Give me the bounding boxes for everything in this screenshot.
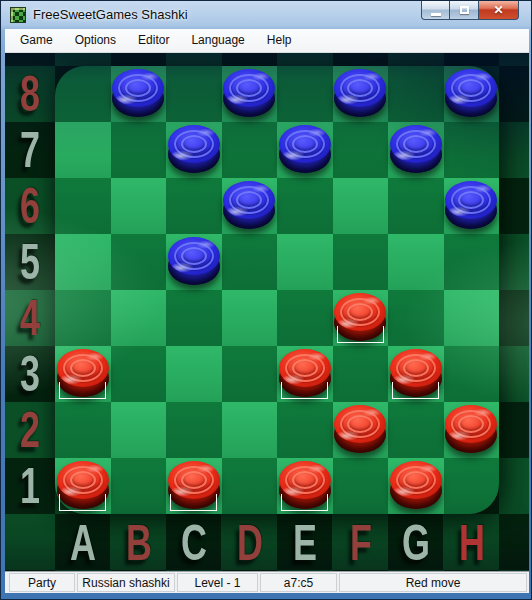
square-c4[interactable] bbox=[166, 290, 222, 346]
square-b3[interactable] bbox=[111, 346, 167, 402]
piece-ring-inner bbox=[403, 471, 429, 489]
piece-ring-inner bbox=[70, 471, 96, 489]
square-h4[interactable] bbox=[444, 290, 500, 346]
piece-ring-inner bbox=[181, 135, 207, 153]
status-panel-4: Red move bbox=[339, 573, 527, 592]
piece-ring-inner bbox=[181, 471, 207, 489]
square-a5[interactable] bbox=[55, 234, 111, 290]
red-piece-f4[interactable] bbox=[334, 293, 386, 343]
piece-top bbox=[223, 181, 275, 219]
square-d5[interactable] bbox=[222, 234, 278, 290]
file-label-f: F bbox=[340, 514, 380, 571]
piece-top bbox=[334, 405, 386, 443]
square-c3[interactable] bbox=[166, 346, 222, 402]
piece-top bbox=[112, 69, 164, 107]
file-label-g: G bbox=[396, 514, 436, 571]
piece-top bbox=[279, 349, 331, 387]
minimize-button[interactable] bbox=[421, 1, 450, 20]
menu-help[interactable]: Help bbox=[256, 29, 303, 52]
window-controls: ✕ bbox=[421, 1, 519, 20]
square-g8[interactable] bbox=[388, 66, 444, 122]
square-a8[interactable] bbox=[55, 66, 111, 122]
piece-top bbox=[279, 461, 331, 499]
rank-label-3: 3 bbox=[12, 346, 48, 402]
close-icon: ✕ bbox=[493, 2, 503, 19]
square-e6[interactable] bbox=[277, 178, 333, 234]
piece-top bbox=[390, 349, 442, 387]
piece-ring-inner bbox=[403, 135, 429, 153]
menu-editor[interactable]: Editor bbox=[127, 29, 180, 52]
square-b6[interactable] bbox=[111, 178, 167, 234]
square-g4[interactable] bbox=[388, 290, 444, 346]
square-c8[interactable] bbox=[166, 66, 222, 122]
maximize-icon bbox=[460, 6, 469, 14]
piece-ring-inner bbox=[181, 247, 207, 265]
status-bar: PartyRussian shashkiLevel - 1a7:c5Red mo… bbox=[5, 571, 529, 593]
red-piece-e1[interactable] bbox=[279, 461, 331, 511]
window-title: FreeSweetGames Shashki bbox=[33, 7, 188, 22]
square-d4[interactable] bbox=[222, 290, 278, 346]
blue-piece-h8[interactable] bbox=[445, 69, 497, 119]
piece-top bbox=[390, 125, 442, 163]
piece-ring-inner bbox=[70, 359, 96, 377]
square-a6[interactable] bbox=[55, 178, 111, 234]
square-a2[interactable] bbox=[55, 402, 111, 458]
blue-piece-d8[interactable] bbox=[223, 69, 275, 119]
square-d2[interactable] bbox=[222, 402, 278, 458]
piece-top bbox=[334, 69, 386, 107]
maximize-button[interactable] bbox=[450, 1, 478, 20]
status-panel-0: Party bbox=[9, 573, 75, 592]
piece-top bbox=[390, 461, 442, 499]
app-icon bbox=[10, 7, 26, 23]
square-b5[interactable] bbox=[111, 234, 167, 290]
square-b1[interactable] bbox=[111, 458, 167, 514]
piece-ring-inner bbox=[125, 79, 151, 97]
red-piece-g3[interactable] bbox=[390, 349, 442, 399]
square-b2[interactable] bbox=[111, 402, 167, 458]
piece-ring-inner bbox=[236, 79, 262, 97]
blue-piece-c5[interactable] bbox=[168, 237, 220, 287]
blue-piece-g7[interactable] bbox=[390, 125, 442, 175]
piece-top bbox=[445, 69, 497, 107]
square-d3[interactable] bbox=[222, 346, 278, 402]
red-piece-f2[interactable] bbox=[334, 405, 386, 455]
square-h3[interactable] bbox=[444, 346, 500, 402]
square-g5[interactable] bbox=[388, 234, 444, 290]
piece-top bbox=[445, 405, 497, 443]
square-h5[interactable] bbox=[444, 234, 500, 290]
piece-top bbox=[334, 293, 386, 331]
blue-piece-d6[interactable] bbox=[223, 181, 275, 231]
piece-ring-inner bbox=[403, 359, 429, 377]
red-piece-h2[interactable] bbox=[445, 405, 497, 455]
piece-top bbox=[445, 181, 497, 219]
square-a4[interactable] bbox=[55, 290, 111, 346]
menu-bar: GameOptionsEditorLanguageHelp bbox=[5, 29, 529, 53]
blue-piece-f8[interactable] bbox=[334, 69, 386, 119]
blue-piece-c7[interactable] bbox=[168, 125, 220, 175]
piece-ring-inner bbox=[292, 471, 318, 489]
square-f5[interactable] bbox=[333, 234, 389, 290]
square-g6[interactable] bbox=[388, 178, 444, 234]
square-a7[interactable] bbox=[55, 122, 111, 178]
square-d7[interactable] bbox=[222, 122, 278, 178]
piece-ring-inner bbox=[458, 79, 484, 97]
rank-label-2: 2 bbox=[12, 402, 48, 458]
piece-top bbox=[279, 125, 331, 163]
square-c2[interactable] bbox=[166, 402, 222, 458]
piece-top bbox=[168, 461, 220, 499]
piece-top bbox=[57, 461, 109, 499]
blue-piece-b8[interactable] bbox=[112, 69, 164, 119]
piece-ring-inner bbox=[347, 415, 373, 433]
rank-label-6: 6 bbox=[12, 178, 48, 234]
menu-options[interactable]: Options bbox=[64, 29, 127, 52]
rank-label-4: 4 bbox=[12, 290, 48, 346]
piece-ring-inner bbox=[292, 359, 318, 377]
square-h7[interactable] bbox=[444, 122, 500, 178]
square-h1[interactable] bbox=[444, 458, 500, 514]
piece-ring-inner bbox=[292, 135, 318, 153]
piece-top bbox=[168, 125, 220, 163]
piece-top bbox=[57, 349, 109, 387]
file-label-d: D bbox=[229, 514, 269, 571]
square-g2[interactable] bbox=[388, 402, 444, 458]
file-label-e: E bbox=[285, 514, 325, 571]
close-button[interactable]: ✕ bbox=[478, 1, 519, 20]
app-window: FreeSweetGames Shashki ✕ GameOptionsEdit… bbox=[0, 0, 532, 600]
piece-ring-inner bbox=[458, 191, 484, 209]
square-f7[interactable] bbox=[333, 122, 389, 178]
red-piece-c1[interactable] bbox=[168, 461, 220, 511]
square-c6[interactable] bbox=[166, 178, 222, 234]
status-panel-3: a7:c5 bbox=[260, 573, 337, 592]
square-e2[interactable] bbox=[277, 402, 333, 458]
piece-ring-inner bbox=[458, 415, 484, 433]
menu-language[interactable]: Language bbox=[180, 29, 255, 52]
square-e8[interactable] bbox=[277, 66, 333, 122]
status-panel-1: Russian shashki bbox=[77, 573, 175, 592]
menu-game[interactable]: Game bbox=[9, 29, 64, 52]
square-e4[interactable] bbox=[277, 290, 333, 346]
piece-ring-inner bbox=[347, 79, 373, 97]
square-f1[interactable] bbox=[333, 458, 389, 514]
status-panel-2: Level - 1 bbox=[177, 573, 258, 592]
blue-piece-h6[interactable] bbox=[445, 181, 497, 231]
piece-top bbox=[168, 237, 220, 275]
client-area: GameOptionsEditorLanguageHelp 87654321 A… bbox=[5, 29, 529, 593]
red-piece-a1[interactable] bbox=[57, 461, 109, 511]
red-piece-a3[interactable] bbox=[57, 349, 109, 399]
file-label-b: B bbox=[118, 514, 158, 571]
rank-label-5: 5 bbox=[12, 234, 48, 290]
square-f3[interactable] bbox=[333, 346, 389, 402]
red-piece-e3[interactable] bbox=[279, 349, 331, 399]
file-label-c: C bbox=[174, 514, 214, 571]
piece-ring-inner bbox=[236, 191, 262, 209]
square-f6[interactable] bbox=[333, 178, 389, 234]
file-label-h: H bbox=[451, 514, 491, 571]
file-label-a: A bbox=[63, 514, 103, 571]
minimize-icon bbox=[431, 13, 441, 16]
rank-label-7: 7 bbox=[12, 122, 48, 178]
square-d1[interactable] bbox=[222, 458, 278, 514]
square-e5[interactable] bbox=[277, 234, 333, 290]
rank-label-1: 1 bbox=[12, 458, 48, 514]
piece-ring-inner bbox=[347, 303, 373, 321]
piece-top bbox=[223, 69, 275, 107]
square-b4[interactable] bbox=[111, 290, 167, 346]
rank-label-8: 8 bbox=[12, 66, 48, 122]
square-b7[interactable] bbox=[111, 122, 167, 178]
red-piece-g1[interactable] bbox=[390, 461, 442, 511]
blue-piece-e7[interactable] bbox=[279, 125, 331, 175]
board-region: 87654321 ABCDEFGH bbox=[5, 53, 529, 571]
title-bar[interactable]: FreeSweetGames Shashki ✕ bbox=[1, 1, 531, 29]
